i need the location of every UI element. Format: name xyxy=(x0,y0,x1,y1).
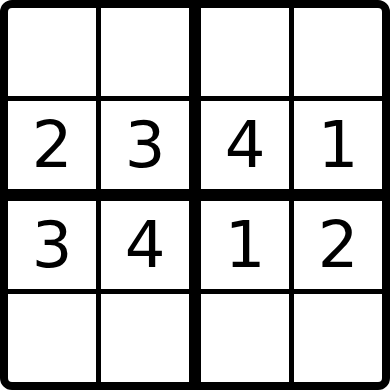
cell-r2c3[interactable]: 4 xyxy=(201,101,289,189)
cell-r2c4[interactable]: 1 xyxy=(294,101,382,189)
cell-r1c4[interactable] xyxy=(294,8,382,96)
cell-r3c2[interactable]: 4 xyxy=(101,201,189,289)
cell-r4c4[interactable] xyxy=(294,294,382,382)
sudoku-board: 2 3 4 1 3 4 1 2 xyxy=(0,0,390,390)
cell-r2c2[interactable]: 3 xyxy=(101,101,189,189)
cell-r4c1[interactable] xyxy=(8,294,96,382)
cell-r3c1[interactable]: 3 xyxy=(8,201,96,289)
cell-r4c2[interactable] xyxy=(101,294,189,382)
cell-r1c1[interactable] xyxy=(8,8,96,96)
cell-r1c3[interactable] xyxy=(201,8,289,96)
cell-r1c2[interactable] xyxy=(101,8,189,96)
cell-r3c3[interactable]: 1 xyxy=(201,201,289,289)
cell-r3c4[interactable]: 2 xyxy=(294,201,382,289)
cell-r2c1[interactable]: 2 xyxy=(8,101,96,189)
cell-r4c3[interactable] xyxy=(201,294,289,382)
